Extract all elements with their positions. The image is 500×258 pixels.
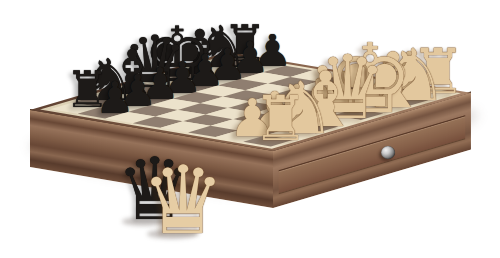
extra-white-queen: ♛	[141, 164, 225, 237]
drawer-knob	[381, 146, 395, 159]
chess-set-product-photo: ♜♞♝♛♚♝♞♜♟♟♟♟♟♟♟♟♟♟♟♟♟♟♟♟♜♞♝♛♚♝♞♜ ♛ ♛	[0, 0, 500, 258]
black-pawn-h7: ♟	[252, 34, 291, 68]
black-rook-h8: ♜	[222, 25, 267, 64]
white-pawn-h2: ♟	[387, 51, 434, 92]
white-rook-h1: ♜	[410, 48, 466, 96]
